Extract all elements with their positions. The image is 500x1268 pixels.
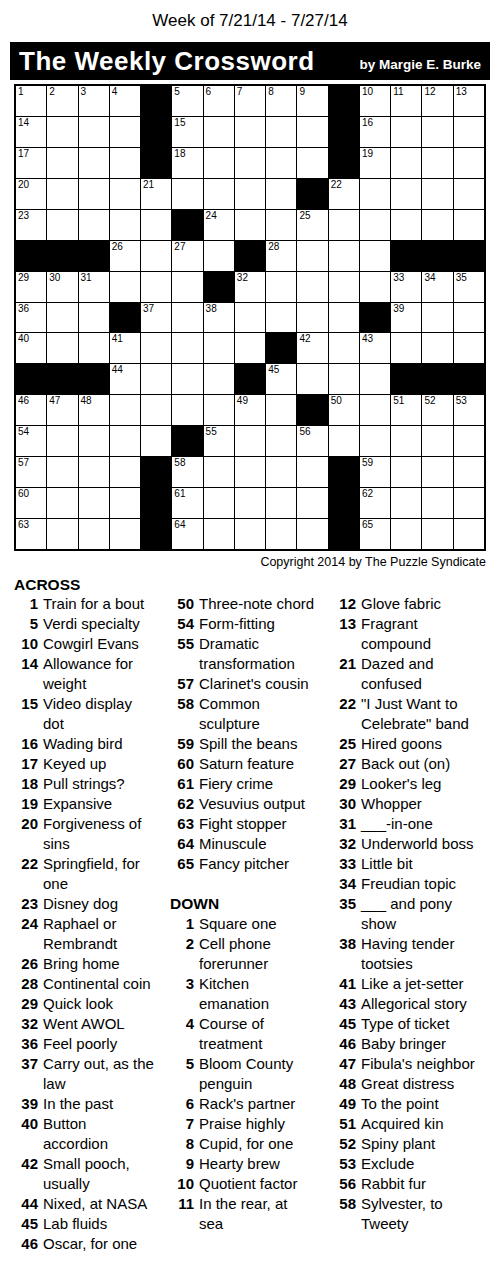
grid-cell[interactable] (422, 148, 452, 178)
grid-cell[interactable] (172, 179, 202, 209)
grid-cell[interactable]: 6 (204, 86, 234, 116)
grid-cell[interactable] (204, 488, 234, 518)
grid-cell[interactable]: 11 (391, 86, 421, 116)
clue: 46Baby bringer (332, 1034, 500, 1054)
grid-cell[interactable]: 27 (172, 241, 202, 271)
clue: 32Underworld boss (332, 834, 500, 854)
grid-cell[interactable]: 23 (16, 210, 46, 240)
grid-cell[interactable] (422, 457, 452, 487)
grid-cell[interactable] (266, 117, 296, 147)
black-cell (141, 488, 171, 518)
grid-cell[interactable]: 38 (204, 303, 234, 333)
cell-number: 27 (174, 241, 185, 253)
clue-text: Baby bringer (361, 1034, 446, 1054)
grid-cell[interactable] (266, 426, 296, 456)
grid-cell[interactable] (235, 333, 265, 363)
cell-number: 37 (143, 303, 154, 315)
grid-cell[interactable]: 24 (204, 210, 234, 240)
grid-cell[interactable]: 35 (454, 272, 484, 302)
grid-cell[interactable]: 44 (110, 364, 140, 394)
grid-cell[interactable] (329, 426, 359, 456)
grid-cell[interactable]: 33 (391, 272, 421, 302)
clue-number: 10 (170, 1174, 199, 1194)
clue-number: 60 (170, 754, 199, 774)
grid-cell[interactable]: 39 (391, 303, 421, 333)
grid-cell[interactable] (297, 241, 327, 271)
clue-number: 34 (332, 874, 361, 894)
cell-number: 11 (393, 86, 403, 98)
cell-number: 17 (18, 148, 29, 160)
grid-cell[interactable]: 53 (454, 395, 484, 425)
black-cell (391, 364, 421, 394)
grid-cell[interactable]: 40 (16, 333, 46, 363)
grid-cell[interactable] (141, 395, 171, 425)
grid-cell[interactable]: 36 (16, 303, 46, 333)
grid-cell[interactable] (79, 210, 109, 240)
grid-cell[interactable] (204, 519, 234, 549)
grid-cell[interactable] (235, 148, 265, 178)
grid-cell[interactable] (297, 117, 327, 147)
cell-number: 12 (424, 86, 435, 98)
grid-cell[interactable] (266, 395, 296, 425)
grid-cell[interactable]: 16 (360, 117, 390, 147)
grid-cell[interactable] (454, 303, 484, 333)
grid-cell[interactable] (235, 519, 265, 549)
clue: 23Disney dog (14, 894, 170, 914)
grid-cell[interactable] (110, 148, 140, 178)
grid-cell[interactable]: 4 (110, 86, 140, 116)
clue-number: 41 (332, 974, 361, 994)
cell-number: 63 (18, 519, 29, 531)
grid-cell[interactable] (360, 241, 390, 271)
grid-cell[interactable] (235, 117, 265, 147)
grid-cell[interactable] (391, 117, 421, 147)
clue: 24Raphael or Rembrandt (14, 914, 170, 954)
grid-cell[interactable] (454, 426, 484, 456)
cell-number: 30 (49, 272, 60, 284)
across-clue-list-part1: 1Train for a bout5Verdi specialty10Cowgi… (14, 594, 170, 1254)
clue-number: 46 (14, 1234, 43, 1254)
clue-text: Rack's partner (199, 1094, 295, 1114)
grid-cell[interactable]: 58 (172, 457, 202, 487)
cell-number: 47 (49, 395, 60, 407)
clue: 16Wading bird (14, 734, 170, 754)
grid-cell[interactable]: 22 (329, 179, 359, 209)
clue-text: Cowgirl Evans (43, 634, 139, 654)
grid-cell[interactable] (360, 179, 390, 209)
clue: 59Spill the beans (170, 734, 332, 754)
cell-number: 2 (49, 86, 55, 98)
grid-cell[interactable] (360, 395, 390, 425)
grid-cell[interactable]: 62 (360, 488, 390, 518)
grid-cell[interactable] (266, 210, 296, 240)
grid-cell[interactable] (204, 241, 234, 271)
grid-cell[interactable]: 32 (235, 272, 265, 302)
clue-number: 63 (170, 814, 199, 834)
grid-cell[interactable] (204, 395, 234, 425)
clue: 39In the past (14, 1094, 170, 1114)
grid-cell[interactable] (47, 210, 77, 240)
grid-cell[interactable]: 60 (16, 488, 46, 518)
clue: 46Oscar, for one (14, 1234, 170, 1254)
grid-cell[interactable] (235, 179, 265, 209)
grid-cell[interactable] (47, 179, 77, 209)
grid-cell[interactable] (79, 333, 109, 363)
cell-number: 26 (112, 241, 123, 253)
grid-cell[interactable]: 64 (172, 519, 202, 549)
clue-text: Bring home (43, 954, 120, 974)
grid-cell[interactable] (329, 364, 359, 394)
grid-cell[interactable] (391, 457, 421, 487)
grid-cell[interactable]: 42 (297, 333, 327, 363)
black-cell (110, 303, 140, 333)
grid-cell[interactable]: 2 (47, 86, 77, 116)
clue: 32Went AWOL (14, 1014, 170, 1034)
clue-text: Fragrant compound (361, 614, 487, 654)
grid-cell[interactable]: 47 (47, 395, 77, 425)
clue: 18Pull strings? (14, 774, 170, 794)
cell-number: 33 (393, 272, 404, 284)
grid-cell[interactable] (235, 426, 265, 456)
grid-cell[interactable]: 19 (360, 148, 390, 178)
grid-cell[interactable] (391, 333, 421, 363)
grid-cell[interactable]: 12 (422, 86, 452, 116)
grid-cell[interactable]: 65 (360, 519, 390, 549)
grid-cell[interactable]: 13 (454, 86, 484, 116)
grid-cell[interactable]: 59 (360, 457, 390, 487)
grid-cell[interactable] (454, 457, 484, 487)
grid-cell[interactable] (47, 148, 77, 178)
grid-cell[interactable] (79, 457, 109, 487)
clue-number: 5 (14, 614, 43, 634)
clue-text: Raphael or Rembrandt (43, 914, 155, 954)
clue: 58Common sculpture (170, 694, 332, 734)
grid-cell[interactable] (204, 148, 234, 178)
grid-cell[interactable] (454, 210, 484, 240)
grid-cell[interactable] (391, 488, 421, 518)
grid-cell[interactable] (47, 117, 77, 147)
clue-number: 35 (332, 894, 361, 934)
grid-cell[interactable]: 50 (329, 395, 359, 425)
grid-cell[interactable] (79, 303, 109, 333)
grid-cell[interactable] (297, 303, 327, 333)
cell-number: 55 (206, 426, 217, 438)
grid-cell[interactable]: 30 (47, 272, 77, 302)
clue-number: 32 (332, 834, 361, 854)
across-clue-list-part2: 50Three-note chord54Form-fitting55Dramat… (170, 594, 332, 874)
grid-cell[interactable]: 34 (422, 272, 452, 302)
grid-cell[interactable] (235, 303, 265, 333)
grid-cell[interactable] (454, 179, 484, 209)
grid-cell[interactable]: 55 (204, 426, 234, 456)
clue: 1Train for a bout (14, 594, 170, 614)
grid-cell[interactable] (110, 210, 140, 240)
grid-cell[interactable] (172, 272, 202, 302)
grid-cell[interactable]: 56 (297, 426, 327, 456)
grid-cell[interactable] (329, 272, 359, 302)
clue-text: Back out (on) (361, 754, 450, 774)
week-heading: Week of 7/21/14 - 7/27/14 (0, 0, 500, 31)
grid-cell[interactable] (204, 457, 234, 487)
grid-cell[interactable]: 49 (235, 395, 265, 425)
grid-cell[interactable] (422, 333, 452, 363)
grid-cell[interactable] (172, 364, 202, 394)
grid-cell[interactable] (110, 117, 140, 147)
grid-cell[interactable] (329, 210, 359, 240)
grid-cell[interactable] (454, 333, 484, 363)
grid-cell[interactable] (266, 457, 296, 487)
clue: 5Verdi specialty (14, 614, 170, 634)
grid-cell[interactable]: 46 (16, 395, 46, 425)
grid-cell[interactable]: 25 (297, 210, 327, 240)
clue: 50Three-note chord (170, 594, 332, 614)
grid-cell[interactable] (47, 488, 77, 518)
grid-cell[interactable] (391, 426, 421, 456)
grid-cell[interactable] (454, 519, 484, 549)
grid-cell[interactable] (454, 148, 484, 178)
grid-cell[interactable] (172, 303, 202, 333)
grid-cell[interactable]: 45 (266, 364, 296, 394)
clue: 48Great distress (332, 1074, 500, 1094)
clue-number: 61 (170, 774, 199, 794)
grid-cell[interactable] (454, 488, 484, 518)
grid-cell[interactable]: 14 (16, 117, 46, 147)
grid-cell[interactable] (391, 179, 421, 209)
grid-cell[interactable] (391, 519, 421, 549)
grid-cell[interactable] (235, 210, 265, 240)
clue-text: Fancy pitcher (199, 854, 289, 874)
clue: 10Cowgirl Evans (14, 634, 170, 654)
clue: 12Glove fabric (332, 594, 500, 614)
grid-cell[interactable] (79, 179, 109, 209)
grid-cell[interactable] (204, 333, 234, 363)
grid-cell[interactable] (297, 488, 327, 518)
clue-text: ___-in-one (361, 814, 433, 834)
grid-cell[interactable]: 52 (422, 395, 452, 425)
grid-cell[interactable] (79, 488, 109, 518)
grid-cell[interactable] (266, 272, 296, 302)
grid-cell[interactable] (235, 488, 265, 518)
grid-cell[interactable] (110, 179, 140, 209)
grid-cell[interactable]: 48 (79, 395, 109, 425)
clue-column-3: 12Glove fabric13Fragrant compound21Dazed… (332, 575, 500, 1234)
grid-cell[interactable] (79, 148, 109, 178)
grid-cell[interactable] (266, 148, 296, 178)
clue-number: 59 (170, 734, 199, 754)
grid-cell[interactable] (110, 395, 140, 425)
grid-cell[interactable] (422, 303, 452, 333)
cell-number: 51 (393, 395, 404, 407)
grid-cell[interactable] (329, 241, 359, 271)
grid-cell[interactable] (110, 426, 140, 456)
clue: 8Cupid, for one (170, 1134, 332, 1154)
grid-cell[interactable] (141, 272, 171, 302)
grid-cell[interactable]: 29 (16, 272, 46, 302)
grid-cell[interactable]: 57 (16, 457, 46, 487)
clue: 2Cell phone forerunner (170, 934, 332, 974)
clue: 42Small pooch, usually (14, 1154, 170, 1194)
down-clue-list-part1: 1Square one2Cell phone forerunner3Kitche… (170, 914, 332, 1234)
clue-text: To the point (361, 1094, 439, 1114)
cell-number: 16 (362, 117, 373, 129)
grid-cell[interactable] (422, 488, 452, 518)
clue: 52Spiny plant (332, 1134, 500, 1154)
grid-cell[interactable] (79, 519, 109, 549)
grid-cell[interactable]: 31 (79, 272, 109, 302)
clue-text: Disney dog (43, 894, 118, 914)
clue: 58Sylvester, to Tweety (332, 1194, 500, 1234)
grid-cell[interactable]: 10 (360, 86, 390, 116)
grid-cell[interactable]: 1 (16, 86, 46, 116)
grid-cell[interactable] (422, 117, 452, 147)
grid-cell[interactable] (297, 457, 327, 487)
clue-text: Kitchen emanation (199, 974, 315, 1014)
grid-cell[interactable]: 17 (16, 148, 46, 178)
grid-cell[interactable]: 8 (266, 86, 296, 116)
grid-cell[interactable] (454, 117, 484, 147)
clue-text: Minuscule (199, 834, 267, 854)
grid-cell[interactable]: 37 (141, 303, 171, 333)
grid-cell[interactable] (204, 179, 234, 209)
clue: 27Back out (on) (332, 754, 500, 774)
clue-text: In the rear, at sea (199, 1194, 315, 1234)
grid-cell[interactable] (47, 333, 77, 363)
grid-cell[interactable] (110, 457, 140, 487)
clue: 56Rabbit fur (332, 1174, 500, 1194)
clue-text: Three-note chord (199, 594, 314, 614)
grid-cell[interactable]: 7 (235, 86, 265, 116)
grid-cell[interactable] (297, 148, 327, 178)
clue-number: 26 (14, 954, 43, 974)
grid-cell[interactable] (360, 364, 390, 394)
grid-cell[interactable] (141, 241, 171, 271)
black-cell (79, 241, 109, 271)
clue-text: Common sculpture (199, 694, 315, 734)
grid-cell[interactable] (329, 333, 359, 363)
grid-cell[interactable] (297, 364, 327, 394)
grid-cell[interactable] (141, 364, 171, 394)
grid-cell[interactable] (391, 210, 421, 240)
grid-cell[interactable] (329, 303, 359, 333)
grid-cell[interactable] (422, 179, 452, 209)
clue-text: Saturn feature (199, 754, 294, 774)
black-cell (16, 364, 46, 394)
grid-cell[interactable] (47, 519, 77, 549)
grid-cell[interactable] (172, 395, 202, 425)
clue-number: 56 (332, 1174, 361, 1194)
black-cell (79, 364, 109, 394)
grid-cell[interactable] (79, 426, 109, 456)
grid-cell[interactable] (360, 272, 390, 302)
grid-cell[interactable] (266, 519, 296, 549)
clue: 5Bloom County penguin (170, 1054, 332, 1094)
grid-cell[interactable] (172, 333, 202, 363)
grid-cell[interactable]: 5 (172, 86, 202, 116)
grid-cell[interactable] (47, 426, 77, 456)
clue-text: Spill the beans (199, 734, 297, 754)
grid-cell[interactable]: 51 (391, 395, 421, 425)
grid-cell[interactable]: 41 (110, 333, 140, 363)
grid-cell[interactable]: 15 (172, 117, 202, 147)
clue-number: 22 (332, 694, 361, 734)
grid-cell[interactable]: 21 (141, 179, 171, 209)
grid-cell[interactable]: 26 (110, 241, 140, 271)
clue-number: 47 (332, 1054, 361, 1074)
grid-cell[interactable] (235, 457, 265, 487)
cell-number: 65 (362, 519, 373, 531)
grid-cell[interactable]: 3 (79, 86, 109, 116)
black-cell (391, 241, 421, 271)
clue: 30Whopper (332, 794, 500, 814)
cell-number: 58 (174, 457, 185, 469)
grid-cell[interactable]: 61 (172, 488, 202, 518)
grid-cell[interactable] (422, 426, 452, 456)
clue-number: 10 (14, 634, 43, 654)
clue-text: Expansive (43, 794, 112, 814)
clue-text: Dramatic transformation (199, 634, 315, 674)
grid-cell[interactable] (141, 333, 171, 363)
grid-cell[interactable] (391, 148, 421, 178)
clue-number: 15 (14, 694, 43, 734)
grid-cell[interactable] (110, 488, 140, 518)
clue-text: Sylvester, to Tweety (361, 1194, 487, 1234)
grid-cell[interactable] (204, 364, 234, 394)
grid-cell[interactable] (110, 519, 140, 549)
grid-cell[interactable] (422, 519, 452, 549)
grid-cell[interactable] (266, 303, 296, 333)
clue-number: 9 (170, 1154, 199, 1174)
grid-cell[interactable] (297, 272, 327, 302)
clue-text: Exclude (361, 1154, 414, 1174)
grid-cell[interactable]: 20 (16, 179, 46, 209)
grid-cell[interactable] (141, 426, 171, 456)
grid-cell[interactable] (360, 210, 390, 240)
clue: 26Bring home (14, 954, 170, 974)
grid-cell[interactable] (360, 426, 390, 456)
cell-number: 8 (268, 86, 274, 98)
grid-cell[interactable]: 43 (360, 333, 390, 363)
grid-cell[interactable] (204, 117, 234, 147)
grid-cell[interactable] (422, 210, 452, 240)
clue-text: Having tender tootsies (361, 934, 487, 974)
grid-cell[interactable]: 63 (16, 519, 46, 549)
clue-number: 30 (332, 794, 361, 814)
grid-cell[interactable] (266, 179, 296, 209)
grid-cell[interactable] (297, 519, 327, 549)
clue-number: 43 (332, 994, 361, 1014)
cell-number: 42 (299, 333, 310, 345)
grid-cell[interactable]: 9 (297, 86, 327, 116)
black-cell (141, 457, 171, 487)
clue-number: 54 (170, 614, 199, 634)
grid-cell[interactable]: 18 (172, 148, 202, 178)
grid-cell[interactable] (47, 303, 77, 333)
clue-number: 5 (170, 1054, 199, 1094)
title-bar: The Weekly Crossword by Margie E. Burke (10, 42, 490, 80)
cell-number: 34 (424, 272, 435, 284)
cell-number: 59 (362, 457, 373, 469)
clue-number: 13 (332, 614, 361, 654)
grid-cell[interactable] (141, 210, 171, 240)
grid-cell[interactable]: 54 (16, 426, 46, 456)
cell-number: 52 (424, 395, 435, 407)
black-cell (172, 426, 202, 456)
grid-cell[interactable] (79, 117, 109, 147)
grid-cell[interactable] (266, 488, 296, 518)
grid-cell[interactable]: 28 (266, 241, 296, 271)
grid-cell[interactable] (47, 457, 77, 487)
grid-cell[interactable] (110, 272, 140, 302)
